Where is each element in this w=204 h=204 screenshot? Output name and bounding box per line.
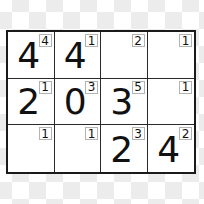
clue-box: 2 <box>132 34 145 47</box>
clue-box: 1 <box>85 127 98 140</box>
clue-box: 1 <box>85 34 98 47</box>
clue-box: 3 <box>132 127 145 140</box>
cell-r2c3[interactable]: 3 5 <box>101 79 148 126</box>
clue-box: 5 <box>132 81 145 94</box>
cell-r2c4[interactable]: 1 <box>148 79 195 126</box>
clue-value: 3 <box>134 128 142 140</box>
cell-r2c2[interactable]: 0 3 <box>55 79 102 126</box>
clue-box: 3 <box>85 81 98 94</box>
clue-value: 1 <box>41 81 49 93</box>
clue-value: 1 <box>88 35 96 47</box>
clue-box: 2 <box>179 127 192 140</box>
clue-box: 1 <box>39 127 52 140</box>
puzzle-board: 4 4 4 1 2 1 2 1 0 3 3 5 1 <box>6 30 196 174</box>
cell-r1c3[interactable]: 2 <box>101 32 148 79</box>
clue-value: 3 <box>88 81 96 93</box>
clue-box: 1 <box>179 34 192 47</box>
clue-value: 1 <box>88 128 96 140</box>
clue-value: 1 <box>182 81 190 93</box>
cell-r2c1[interactable]: 2 1 <box>8 79 55 126</box>
cell-r3c3[interactable]: 2 3 <box>101 125 148 172</box>
cell-r1c4[interactable]: 1 <box>148 32 195 79</box>
clue-value: 1 <box>41 128 49 140</box>
cell-r1c2[interactable]: 4 1 <box>55 32 102 79</box>
clue-value: 5 <box>134 81 142 93</box>
clue-box: 1 <box>39 81 52 94</box>
cell-r3c1[interactable]: 1 <box>8 125 55 172</box>
clue-value: 1 <box>182 35 190 47</box>
clue-box: 1 <box>179 81 192 94</box>
clue-value: 4 <box>41 35 49 47</box>
clue-value: 2 <box>134 35 142 47</box>
cell-r1c1[interactable]: 4 4 <box>8 32 55 79</box>
clue-value: 2 <box>182 128 190 140</box>
transparency-checkerboard: 4 4 4 1 2 1 2 1 0 3 3 5 1 <box>0 0 204 204</box>
clue-box: 4 <box>39 34 52 47</box>
cell-r3c2[interactable]: 1 <box>55 125 102 172</box>
cell-r3c4[interactable]: 4 2 <box>148 125 195 172</box>
